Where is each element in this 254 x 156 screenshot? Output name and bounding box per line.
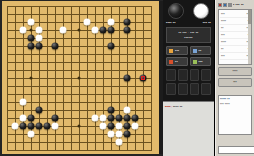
chat-input[interactable]: [218, 146, 254, 154]
stone-black[interactable]: [124, 19, 131, 26]
lobby-button-1[interactable]: ▪▪▪▪: [218, 67, 252, 76]
stone-white[interactable]: [20, 115, 27, 122]
stone-white[interactable]: [52, 123, 59, 130]
stone-black[interactable]: [124, 131, 131, 138]
game-action-button-2[interactable]: ▪▪: [190, 46, 212, 55]
player-list-row[interactable]: ▪▪▪▪: [220, 32, 250, 39]
white-player-caption: ▪▪▪ ▪▪: [203, 20, 211, 25]
player-name: ▪▪▪▪: [221, 39, 226, 45]
white-player-avatar[interactable]: [193, 3, 209, 19]
stone-white[interactable]: [84, 19, 91, 26]
game-status-box: ▪▪ ▪▪▪ · ▪▪▪ ▪▪ ▪▪▪▪▪▪: [166, 27, 211, 43]
player-list-row[interactable]: ▪▪▪▪▪▪: [220, 39, 250, 46]
stone-black[interactable]: [108, 115, 115, 122]
chat-line: ▪▪▪ ▪▪▪▪: [220, 102, 250, 107]
stone-black[interactable]: [124, 75, 131, 82]
player-name: ▪▪▪: [221, 32, 225, 38]
stone-black[interactable]: [108, 27, 115, 34]
stone-white[interactable]: [100, 115, 107, 122]
game-action-button-3[interactable]: ▪▪: [166, 57, 188, 66]
panel-tile-button[interactable]: [190, 69, 200, 81]
stone-white[interactable]: [116, 123, 123, 130]
stone-white[interactable]: [20, 27, 27, 34]
player-captions: ▪▪▪▪ ▪▪ ▪▪▪ ▪▪: [163, 20, 214, 25]
stone-white[interactable]: [108, 131, 115, 138]
stone-white[interactable]: [28, 131, 35, 138]
list-scrollbar[interactable]: [248, 10, 251, 64]
stone-black[interactable]: [124, 123, 131, 130]
stone-black[interactable]: [52, 115, 59, 122]
game-message-sender: ▪▪▪▪:: [165, 104, 172, 109]
chat-input-row: ▪: [216, 144, 254, 156]
star-point: [78, 125, 81, 128]
stone-white[interactable]: [108, 19, 115, 26]
black-player-avatar[interactable]: [168, 3, 184, 19]
game-message-text: ▪▪▪▪ ▪▪: [172, 104, 183, 109]
game-message-area[interactable]: ▪▪▪▪: ▪▪▪▪ ▪▪: [163, 101, 214, 156]
stone-black[interactable]: [108, 123, 115, 130]
stone-black[interactable]: [124, 115, 131, 122]
action-icon: [193, 60, 197, 64]
stone-black[interactable]: [36, 107, 43, 114]
button-label: ▪▪▪: [199, 59, 203, 64]
stone-black[interactable]: [28, 35, 35, 42]
player-name: ▪▪: [221, 25, 223, 31]
lobby-icon-gray[interactable]: [228, 3, 232, 7]
lobby-panel: ▪ ▪▪▪ ▪▪ ▪▪▪▪▪ ▪▪▪▪▪ ▪▪▪▪ ▪▪▪▪ ▪▪▪▪▪▪ ▪▪…: [215, 0, 254, 156]
stone-black[interactable]: [28, 43, 35, 50]
stone-black[interactable]: [108, 107, 115, 114]
stone-black[interactable]: [132, 115, 139, 122]
panel-tile-button[interactable]: [178, 69, 188, 81]
game-toolbar-row2: ▪▪ ▪▪▪: [163, 56, 214, 67]
lobby-icon-blue[interactable]: [223, 3, 227, 7]
panel-tile-button[interactable]: [201, 83, 211, 95]
panel-tile-buttons: [163, 67, 214, 97]
star-point: [30, 77, 33, 80]
stone-white[interactable]: [116, 139, 123, 146]
player-list[interactable]: ▪▪▪▪▪ ▪▪▪▪▪ ▪▪▪▪ ▪▪▪▪ ▪▪▪▪▪▪ ▪▪▪ ▪▪▪▪▪: [218, 9, 252, 65]
star-point: [78, 77, 81, 80]
button-label: ▪▪: [175, 59, 178, 64]
stone-black[interactable]: [20, 123, 27, 130]
action-icon: [169, 49, 173, 53]
player-list-row[interactable]: ▪▪▪▪▪: [220, 53, 250, 60]
stone-white[interactable]: [92, 115, 99, 122]
stone-black[interactable]: [36, 43, 43, 50]
players-row: [163, 0, 214, 20]
stone-white[interactable]: [12, 123, 19, 130]
go-client-window: ▪▪▪▪ ▪▪ ▪▪▪ ▪▪ ▪▪ ▪▪▪ · ▪▪▪ ▪▪ ▪▪▪▪▪▪ ▪▪…: [0, 0, 254, 156]
star-point: [30, 29, 33, 32]
stone-black[interactable]: [52, 43, 59, 50]
lobby-titlebar: ▪ ▪▪▪ ▪▪: [216, 0, 254, 9]
lobby-title: ▪ ▪▪▪ ▪▪: [233, 2, 244, 7]
button-label: ▪▪▪: [175, 48, 179, 53]
lobby-controls: ▪▪▪▪ ▪▪▪: [216, 65, 254, 95]
star-point: [78, 29, 81, 32]
game-toolbar-row1: ▪▪▪ ▪▪: [163, 45, 214, 56]
goban[interactable]: [0, 0, 163, 156]
stone-white[interactable]: [36, 35, 43, 42]
chat-log[interactable]: ▪▪▪▪▪ ▪▪ ▪▪▪ ▪▪▪▪: [218, 95, 252, 135]
last-move-marker: [141, 76, 145, 80]
action-icon: [193, 49, 197, 53]
stone-white[interactable]: [100, 123, 107, 130]
stone-black[interactable]: [28, 115, 35, 122]
stone-black[interactable]: [116, 115, 123, 122]
player-name: ▪▪▪: [221, 11, 225, 17]
stone-white[interactable]: [92, 27, 99, 34]
black-player-caption: ▪▪▪▪ ▪▪: [166, 20, 176, 25]
panel-tile-button[interactable]: [166, 69, 176, 81]
player-list-row[interactable]: ▪▪▪: [220, 46, 250, 53]
panel-tile-button[interactable]: [166, 83, 176, 95]
stone-white[interactable]: [60, 27, 67, 34]
button-label: ▪▪: [199, 48, 202, 53]
stone-white[interactable]: [124, 107, 131, 114]
player-name: ▪▪▪: [221, 53, 225, 59]
player-list-row[interactable]: ▪▪▪▪: [220, 25, 250, 32]
game-info-panel: ▪▪▪▪ ▪▪ ▪▪▪ ▪▪ ▪▪ ▪▪▪ · ▪▪▪ ▪▪ ▪▪▪▪▪▪ ▪▪…: [163, 0, 215, 156]
action-icon: [169, 60, 173, 64]
stone-black[interactable]: [36, 123, 43, 130]
player-name: ▪▪: [221, 46, 223, 52]
game-action-button-1[interactable]: ▪▪▪: [166, 46, 188, 55]
stone-black[interactable]: [108, 43, 115, 50]
game-status-line2: ▪▪▪▪▪▪: [168, 35, 209, 40]
stone-black[interactable]: [44, 123, 51, 130]
lobby-button-2[interactable]: ▪▪▪: [218, 78, 252, 87]
panel-tile-button[interactable]: [190, 83, 200, 95]
stone-white[interactable]: [116, 131, 123, 138]
stone-white[interactable]: [20, 99, 27, 106]
player-name: ▪▪▪▪: [221, 18, 226, 24]
lobby-icon-red[interactable]: [218, 3, 222, 7]
stone-black[interactable]: [100, 27, 107, 34]
game-action-button-4[interactable]: ▪▪▪: [190, 57, 212, 66]
panel-tile-button[interactable]: [178, 83, 188, 95]
player-list-row[interactable]: ▪▪▪▪▪: [220, 11, 250, 18]
stone-black[interactable]: [124, 27, 131, 34]
panel-tile-button[interactable]: [201, 69, 211, 81]
stone-white[interactable]: [28, 19, 35, 26]
stone-white[interactable]: [36, 27, 43, 34]
stone-white[interactable]: [132, 123, 139, 130]
stone-black[interactable]: [28, 123, 35, 130]
scrollbar-thumb[interactable]: [248, 10, 251, 24]
player-list-row[interactable]: ▪▪▪▪▪: [220, 18, 250, 25]
